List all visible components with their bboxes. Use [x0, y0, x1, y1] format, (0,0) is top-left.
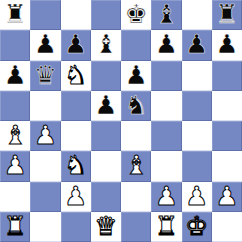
square-f4[interactable] [151, 121, 181, 151]
square-b6[interactable]: ♛ [30, 61, 60, 91]
square-g7[interactable]: ♟ [182, 30, 212, 60]
piece-white-bishop[interactable]: ♝ [3, 120, 26, 150]
piece-white-pawn[interactable]: ♟ [3, 150, 26, 180]
piece-black-pawn[interactable]: ♟ [185, 29, 208, 59]
square-b2[interactable] [30, 182, 60, 212]
piece-black-knight[interactable]: ♞ [124, 90, 147, 120]
square-f1[interactable]: ♜ [151, 212, 181, 242]
piece-white-queen[interactable]: ♛ [94, 211, 117, 241]
square-e7[interactable] [121, 30, 151, 60]
square-f8[interactable]: ♝ [151, 0, 181, 30]
square-d1[interactable]: ♛ [91, 212, 121, 242]
piece-white-knight[interactable]: ♞ [64, 60, 87, 90]
square-a7[interactable] [0, 30, 30, 60]
piece-black-king[interactable]: ♚ [124, 0, 147, 29]
square-c1[interactable] [61, 212, 91, 242]
square-a4[interactable]: ♝ [0, 121, 30, 151]
piece-white-pawn[interactable]: ♟ [155, 181, 178, 211]
square-g2[interactable]: ♟ [182, 182, 212, 212]
piece-white-pawn[interactable]: ♟ [185, 181, 208, 211]
square-e1[interactable] [121, 212, 151, 242]
square-f7[interactable]: ♟ [151, 30, 181, 60]
square-d7[interactable]: ♝ [91, 30, 121, 60]
piece-white-pawn[interactable]: ♟ [64, 181, 87, 211]
square-c2[interactable]: ♟ [61, 182, 91, 212]
piece-black-rook[interactable]: ♜ [215, 0, 238, 29]
square-b4[interactable]: ♟ [30, 121, 60, 151]
piece-black-bishop[interactable]: ♝ [155, 0, 178, 29]
piece-black-bishop[interactable]: ♝ [94, 29, 117, 59]
square-d2[interactable] [91, 182, 121, 212]
piece-black-pawn[interactable]: ♟ [155, 29, 178, 59]
square-a6[interactable]: ♟ [0, 61, 30, 91]
square-b5[interactable] [30, 91, 60, 121]
square-a1[interactable]: ♜ [0, 212, 30, 242]
square-a8[interactable]: ♜ [0, 0, 30, 30]
square-d3[interactable] [91, 151, 121, 181]
square-g4[interactable] [182, 121, 212, 151]
square-e3[interactable]: ♝ [121, 151, 151, 181]
square-c3[interactable]: ♞ [61, 151, 91, 181]
square-e6[interactable]: ♟ [121, 61, 151, 91]
square-c8[interactable] [61, 0, 91, 30]
square-d5[interactable]: ♟ [91, 91, 121, 121]
chess-board: ♜♚♝♜♟♟♝♟♟♟♟♛♞♟♟♞♝♟♟♞♝♟♟♟♟♜♛♜♚ [0, 0, 242, 242]
square-g3[interactable] [182, 151, 212, 181]
square-a2[interactable] [0, 182, 30, 212]
square-f5[interactable] [151, 91, 181, 121]
square-d4[interactable] [91, 121, 121, 151]
square-f2[interactable]: ♟ [151, 182, 181, 212]
square-g6[interactable] [182, 61, 212, 91]
square-e5[interactable]: ♞ [121, 91, 151, 121]
square-h5[interactable] [212, 91, 242, 121]
square-f3[interactable] [151, 151, 181, 181]
piece-black-pawn[interactable]: ♟ [124, 60, 147, 90]
square-h4[interactable] [212, 121, 242, 151]
square-h3[interactable] [212, 151, 242, 181]
square-c4[interactable] [61, 121, 91, 151]
piece-white-rook[interactable]: ♜ [3, 211, 26, 241]
square-g1[interactable]: ♚ [182, 212, 212, 242]
piece-white-pawn[interactable]: ♟ [34, 120, 57, 150]
square-b3[interactable] [30, 151, 60, 181]
square-e8[interactable]: ♚ [121, 0, 151, 30]
square-h2[interactable]: ♟ [212, 182, 242, 212]
square-h1[interactable] [212, 212, 242, 242]
square-a3[interactable]: ♟ [0, 151, 30, 181]
piece-white-bishop[interactable]: ♝ [124, 150, 147, 180]
square-h8[interactable]: ♜ [212, 0, 242, 30]
square-e4[interactable] [121, 121, 151, 151]
square-b7[interactable]: ♟ [30, 30, 60, 60]
square-h7[interactable]: ♟ [212, 30, 242, 60]
piece-black-pawn[interactable]: ♟ [3, 60, 26, 90]
square-a5[interactable] [0, 91, 30, 121]
piece-white-knight[interactable]: ♞ [64, 150, 87, 180]
piece-black-rook[interactable]: ♜ [3, 0, 26, 29]
square-g8[interactable] [182, 0, 212, 30]
square-b8[interactable] [30, 0, 60, 30]
square-g5[interactable] [182, 91, 212, 121]
square-e2[interactable] [121, 182, 151, 212]
square-d8[interactable] [91, 0, 121, 30]
piece-black-pawn[interactable]: ♟ [94, 90, 117, 120]
piece-black-pawn[interactable]: ♟ [64, 29, 87, 59]
piece-white-pawn[interactable]: ♟ [215, 181, 238, 211]
piece-white-king[interactable]: ♚ [185, 211, 208, 241]
piece-black-pawn[interactable]: ♟ [215, 29, 238, 59]
square-c7[interactable]: ♟ [61, 30, 91, 60]
piece-black-queen[interactable]: ♛ [34, 60, 57, 90]
square-f6[interactable] [151, 61, 181, 91]
square-b1[interactable] [30, 212, 60, 242]
square-c6[interactable]: ♞ [61, 61, 91, 91]
piece-white-rook[interactable]: ♜ [155, 211, 178, 241]
square-c5[interactable] [61, 91, 91, 121]
square-h6[interactable] [212, 61, 242, 91]
square-d6[interactable] [91, 61, 121, 91]
piece-black-pawn[interactable]: ♟ [34, 29, 57, 59]
